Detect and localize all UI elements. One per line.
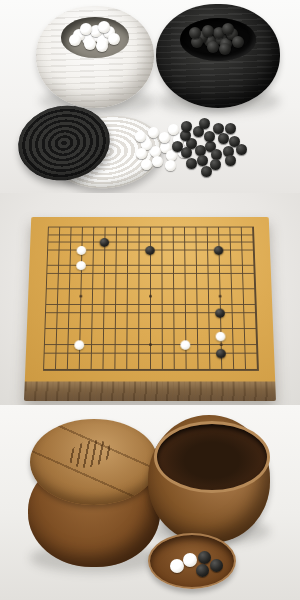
wood-grain-mark <box>66 436 115 472</box>
white-stone <box>180 340 190 349</box>
white-stone <box>84 38 96 50</box>
white-stone <box>183 553 197 567</box>
white-stone <box>159 132 170 143</box>
black-stone <box>225 155 236 166</box>
open-bowl-opening <box>154 421 270 493</box>
black-stone <box>216 348 226 358</box>
black-stone <box>215 308 225 317</box>
open-wooden-bowl <box>148 415 270 543</box>
black-stone <box>214 246 224 255</box>
black-stone <box>199 118 210 129</box>
closed-wooden-bowl <box>28 419 160 567</box>
black-stone <box>181 147 192 158</box>
black-stone <box>219 43 231 55</box>
board-cells <box>37 223 263 373</box>
white-stone <box>170 559 184 573</box>
white-stone <box>108 33 120 45</box>
black-stone <box>180 130 191 141</box>
black-stone <box>186 158 197 169</box>
black-stones-in-bowl <box>180 18 257 62</box>
wooden-lid-dish <box>148 533 236 589</box>
white-stone <box>77 246 87 255</box>
board-grid <box>37 223 263 373</box>
white-stone <box>152 156 163 167</box>
white-stone <box>96 40 108 52</box>
black-stone <box>210 559 223 572</box>
white-stone <box>216 332 226 341</box>
white-stone <box>74 340 84 349</box>
black-stone-bowl <box>156 4 280 108</box>
black-stone <box>198 551 211 564</box>
black-stone <box>201 166 212 177</box>
black-stone <box>207 41 219 53</box>
black-stone <box>145 246 155 255</box>
black-stone <box>218 133 229 144</box>
photo-go-board <box>0 193 300 406</box>
black-stone <box>202 25 214 37</box>
black-stone <box>225 123 236 134</box>
black-stone <box>100 238 110 247</box>
black-stone <box>222 23 234 35</box>
black-bowl-opening <box>180 18 257 62</box>
go-board <box>24 217 276 401</box>
white-stones-in-bowl <box>61 17 129 58</box>
black-stone <box>210 159 221 170</box>
white-stone <box>135 131 146 142</box>
board-front-edge <box>24 382 276 402</box>
black-stone <box>181 121 192 132</box>
white-stone <box>69 34 81 46</box>
white-stone <box>80 23 92 35</box>
photo-plastic-bowls <box>0 0 300 194</box>
white-stone-bowl <box>36 6 154 108</box>
white-bowl-opening <box>61 17 129 58</box>
photo-wooden-bowls <box>0 405 300 600</box>
closed-bowl-lid <box>30 419 158 505</box>
black-stone <box>236 144 247 155</box>
black-stone <box>232 36 244 48</box>
white-stone <box>165 160 176 171</box>
black-stone <box>204 131 215 142</box>
board-surface <box>25 217 275 382</box>
black-stone <box>197 155 208 166</box>
go-set-photo-collage <box>0 0 300 600</box>
black-stone <box>196 564 209 577</box>
white-stone <box>76 261 86 270</box>
